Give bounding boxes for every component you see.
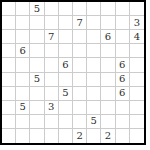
cell-empty[interactable]	[2, 16, 16, 30]
cell-clue[interactable]: 6	[101, 30, 115, 44]
cell-empty[interactable]	[16, 129, 30, 143]
cell-empty[interactable]	[116, 129, 130, 143]
cell-empty[interactable]	[45, 115, 59, 129]
cell-empty[interactable]	[101, 73, 115, 87]
cell-empty[interactable]	[87, 2, 101, 16]
cell-empty[interactable]	[87, 73, 101, 87]
cell-clue[interactable]: 6	[59, 58, 73, 72]
cell-empty[interactable]	[30, 30, 44, 44]
cell-empty[interactable]	[45, 16, 59, 30]
cell-clue[interactable]: 6	[116, 87, 130, 101]
cell-empty[interactable]	[16, 16, 30, 30]
cell-empty[interactable]	[16, 30, 30, 44]
cell-clue[interactable]: 5	[16, 101, 30, 115]
cell-empty[interactable]	[87, 44, 101, 58]
cell-empty[interactable]	[130, 87, 144, 101]
cell-empty[interactable]	[59, 30, 73, 44]
cell-empty[interactable]	[2, 58, 16, 72]
cell-empty[interactable]	[2, 2, 16, 16]
cell-clue[interactable]: 7	[45, 30, 59, 44]
cell-empty[interactable]	[116, 44, 130, 58]
cell-empty[interactable]	[116, 115, 130, 129]
cell-empty[interactable]	[130, 44, 144, 58]
cell-clue[interactable]: 2	[73, 129, 87, 143]
cell-empty[interactable]	[101, 2, 115, 16]
cell-empty[interactable]	[73, 44, 87, 58]
cell-clue[interactable]: 7	[73, 16, 87, 30]
cell-empty[interactable]	[101, 87, 115, 101]
cell-empty[interactable]	[73, 87, 87, 101]
cell-empty[interactable]	[45, 129, 59, 143]
cell-empty[interactable]	[45, 44, 59, 58]
cell-empty[interactable]	[73, 58, 87, 72]
cell-empty[interactable]	[16, 115, 30, 129]
cell-empty[interactable]	[73, 101, 87, 115]
cell-empty[interactable]	[59, 101, 73, 115]
cell-empty[interactable]	[87, 30, 101, 44]
cell-clue[interactable]: 3	[45, 101, 59, 115]
cell-clue[interactable]: 6	[116, 58, 130, 72]
cell-empty[interactable]	[87, 16, 101, 30]
cell-empty[interactable]	[16, 2, 30, 16]
cell-empty[interactable]	[87, 87, 101, 101]
cell-empty[interactable]	[2, 101, 16, 115]
cell-empty[interactable]	[59, 115, 73, 129]
cell-empty[interactable]	[130, 115, 144, 129]
cell-empty[interactable]	[101, 58, 115, 72]
cell-empty[interactable]	[101, 44, 115, 58]
cell-empty[interactable]	[30, 129, 44, 143]
cell-empty[interactable]	[45, 87, 59, 101]
cell-empty[interactable]	[73, 2, 87, 16]
cell-empty[interactable]	[73, 30, 87, 44]
cell-empty[interactable]	[73, 73, 87, 87]
cell-empty[interactable]	[2, 44, 16, 58]
cell-clue[interactable]: 6	[116, 73, 130, 87]
cell-empty[interactable]	[2, 30, 16, 44]
cell-empty[interactable]	[101, 101, 115, 115]
puzzle-page: 573764666565653522	[0, 0, 150, 150]
cell-empty[interactable]	[30, 44, 44, 58]
cell-empty[interactable]	[45, 58, 59, 72]
cell-empty[interactable]	[2, 115, 16, 129]
cell-clue[interactable]: 5	[30, 2, 44, 16]
cell-empty[interactable]	[30, 87, 44, 101]
cell-clue[interactable]: 2	[101, 129, 115, 143]
cell-empty[interactable]	[16, 58, 30, 72]
cell-empty[interactable]	[2, 73, 16, 87]
cell-empty[interactable]	[30, 115, 44, 129]
cell-clue[interactable]: 4	[130, 30, 144, 44]
cell-empty[interactable]	[130, 58, 144, 72]
cell-empty[interactable]	[130, 2, 144, 16]
cell-empty[interactable]	[30, 58, 44, 72]
cell-empty[interactable]	[87, 101, 101, 115]
cell-empty[interactable]	[16, 87, 30, 101]
cell-empty[interactable]	[87, 129, 101, 143]
cell-clue[interactable]: 3	[130, 16, 144, 30]
cell-empty[interactable]	[73, 115, 87, 129]
cell-empty[interactable]	[116, 101, 130, 115]
puzzle-board: 573764666565653522	[0, 0, 146, 145]
cell-clue[interactable]: 5	[59, 87, 73, 101]
cell-empty[interactable]	[116, 30, 130, 44]
cell-empty[interactable]	[59, 129, 73, 143]
cell-empty[interactable]	[2, 129, 16, 143]
cell-empty[interactable]	[130, 101, 144, 115]
cell-empty[interactable]	[59, 73, 73, 87]
cell-empty[interactable]	[30, 16, 44, 30]
cell-empty[interactable]	[59, 44, 73, 58]
cell-empty[interactable]	[59, 2, 73, 16]
cell-empty[interactable]	[45, 2, 59, 16]
cell-empty[interactable]	[116, 16, 130, 30]
cell-empty[interactable]	[101, 16, 115, 30]
cell-clue[interactable]: 6	[16, 44, 30, 58]
cell-empty[interactable]	[101, 115, 115, 129]
cell-empty[interactable]	[16, 73, 30, 87]
cell-empty[interactable]	[59, 16, 73, 30]
cell-clue[interactable]: 5	[87, 115, 101, 129]
cell-empty[interactable]	[2, 87, 16, 101]
cell-empty[interactable]	[87, 58, 101, 72]
cell-clue[interactable]: 5	[30, 73, 44, 87]
cell-empty[interactable]	[30, 101, 44, 115]
cell-empty[interactable]	[116, 2, 130, 16]
cell-empty[interactable]	[45, 73, 59, 87]
cell-empty[interactable]	[130, 73, 144, 87]
cell-empty[interactable]	[130, 129, 144, 143]
